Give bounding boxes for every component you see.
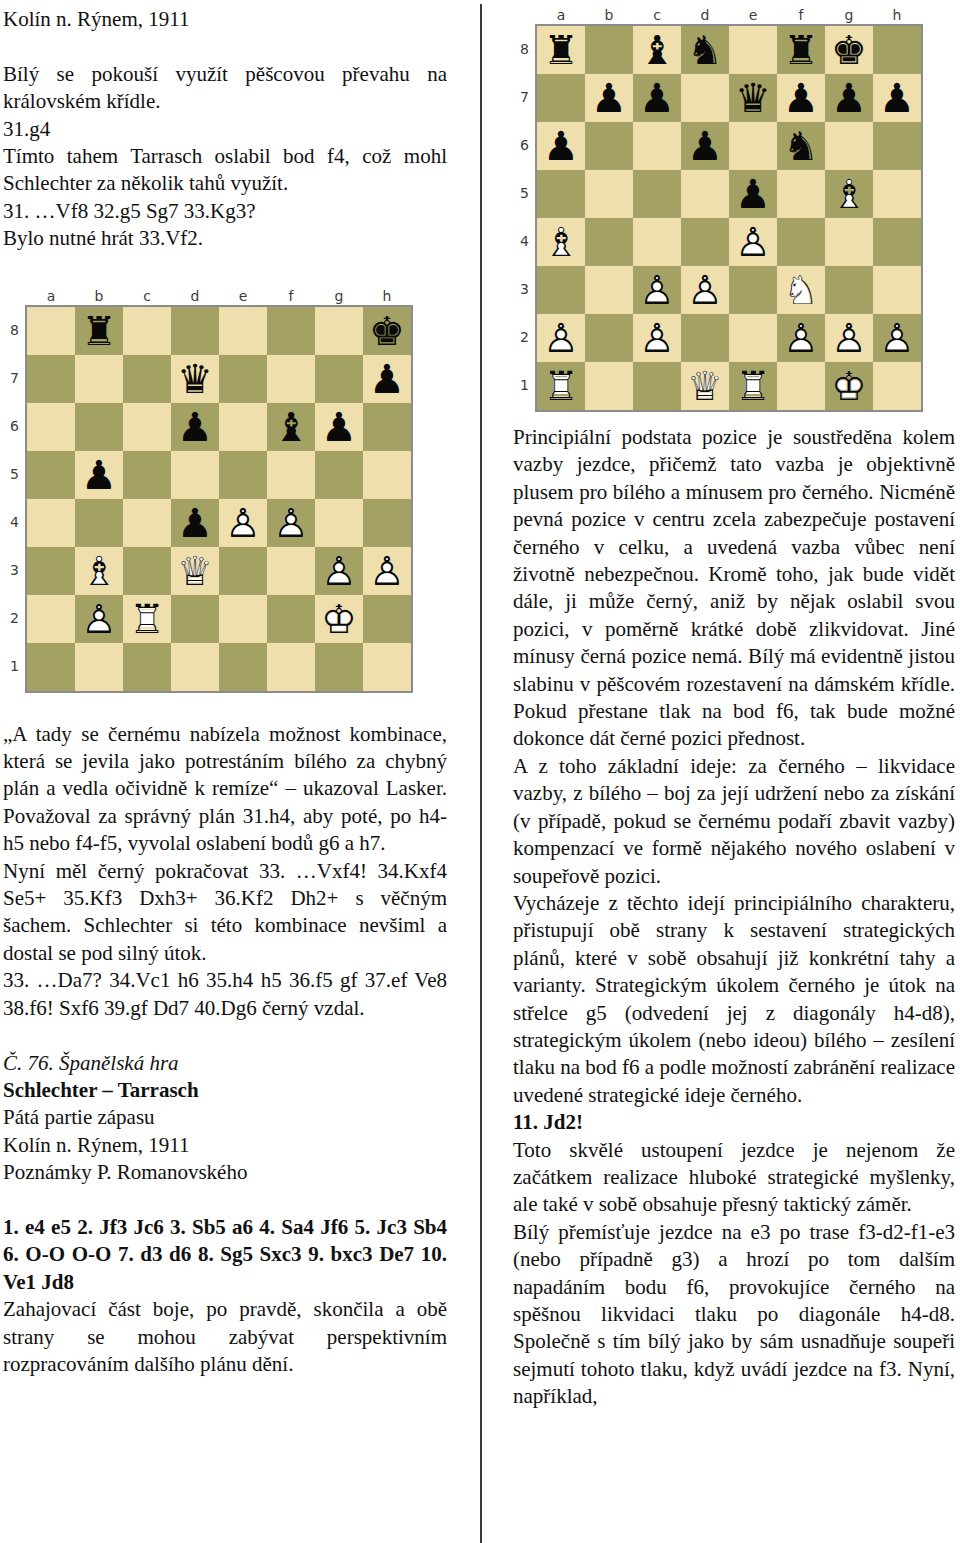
- piece-outline: ♖: [729, 362, 777, 410]
- square-b8: [585, 26, 633, 74]
- piece-glyph: ♟: [171, 499, 219, 547]
- square-a2: ♟♙: [537, 314, 585, 362]
- square-g7: ♟: [825, 74, 873, 122]
- square-e8: [219, 307, 267, 355]
- square-h6: [873, 122, 921, 170]
- piece-glyph: ♟: [825, 74, 873, 122]
- black-pawn-h7: ♟: [873, 74, 921, 122]
- file-label-f: f: [267, 287, 315, 305]
- square-e7: [219, 355, 267, 403]
- piece-glyph: ♜: [537, 26, 585, 74]
- rank-label-1: 1: [3, 643, 25, 691]
- rank-label-8: 8: [513, 26, 535, 74]
- square-f5: [777, 170, 825, 218]
- file-label-e: e: [219, 287, 267, 305]
- game-end-para: 33. …Da7? 34.Vc1 h6 35.h4 h5 36.f5 gf 37…: [3, 967, 447, 1022]
- square-c2: ♟♙: [633, 314, 681, 362]
- square-d1: [171, 643, 219, 691]
- black-pawn-c7: ♟: [633, 74, 681, 122]
- move-line-31g4: 31.g4: [3, 116, 447, 143]
- white-bishop-g5: ♝♗: [825, 170, 873, 218]
- square-a5: [27, 451, 75, 499]
- square-c8: [123, 307, 171, 355]
- square-a4: [27, 499, 75, 547]
- gap: [3, 1187, 447, 1214]
- square-d6: ♟: [681, 122, 729, 170]
- commentary-pawn-majority: Bílý se pokouší využít pěšcovou převahu …: [3, 61, 447, 116]
- square-a3: [537, 266, 585, 314]
- square-d4: ♟: [171, 499, 219, 547]
- square-g3: [825, 266, 873, 314]
- rank-label-2: 2: [513, 314, 535, 362]
- move-11-jd2: 11. Jd2!: [513, 1109, 955, 1136]
- piece-glyph: ♞: [777, 122, 825, 170]
- piece-glyph: ♞: [681, 26, 729, 74]
- players-line: Schlechter – Tarrasch: [3, 1077, 447, 1104]
- square-c1: [633, 362, 681, 410]
- piece-glyph: ♜: [75, 307, 123, 355]
- square-c5: [123, 451, 171, 499]
- white-pawn-c2: ♟♙: [633, 314, 681, 362]
- piece-outline: ♗: [537, 218, 585, 266]
- event-line-bottom: Kolín n. Rýnem, 1911: [3, 1132, 447, 1159]
- square-f1: [267, 643, 315, 691]
- white-pawn-a2: ♟♙: [537, 314, 585, 362]
- piece-outline: ♙: [315, 547, 363, 595]
- piece-outline: ♙: [681, 266, 729, 314]
- square-e1: ♜♖: [729, 362, 777, 410]
- piece-glyph: ♟: [729, 170, 777, 218]
- square-d4: [681, 218, 729, 266]
- square-d2: [171, 595, 219, 643]
- move-line-31-33: 31. …Vf8 32.g5 Sg7 33.Kg3?: [3, 198, 447, 225]
- white-pawn-b2: ♟♙: [75, 595, 123, 643]
- black-queen-e7: ♛: [729, 74, 777, 122]
- piece-glyph: ♟: [315, 403, 363, 451]
- white-king-g1: ♚♔: [825, 362, 873, 410]
- square-g2: ♚♔: [315, 595, 363, 643]
- black-pawn-b7: ♟: [585, 74, 633, 122]
- rank-label-1: 1: [513, 362, 535, 410]
- square-f7: [267, 355, 315, 403]
- file-label-h: h: [873, 6, 921, 24]
- square-g4: [315, 499, 363, 547]
- square-g3: ♟♙: [315, 547, 363, 595]
- piece-glyph: ♝: [267, 403, 315, 451]
- black-queen-d7: ♛: [171, 355, 219, 403]
- white-rook-c2: ♜♖: [123, 595, 171, 643]
- square-c5: [633, 170, 681, 218]
- square-d7: [681, 74, 729, 122]
- square-h7: ♟: [873, 74, 921, 122]
- square-b1: [75, 643, 123, 691]
- square-f4: [777, 218, 825, 266]
- square-b6: [585, 122, 633, 170]
- black-rook-b8: ♜: [75, 307, 123, 355]
- square-h8: ♚: [363, 307, 411, 355]
- game-number-opening: Č. 76. Španělská hra: [3, 1050, 447, 1077]
- piece-glyph: ♟: [537, 122, 585, 170]
- square-d5: [171, 451, 219, 499]
- piece-glyph: ♛: [729, 74, 777, 122]
- rank-label-5: 5: [3, 451, 25, 499]
- square-d7: ♛: [171, 355, 219, 403]
- square-b3: ♝♗: [75, 547, 123, 595]
- positional-analysis-para: Principiální podstata pozice je soustřed…: [513, 424, 955, 753]
- variation-para: Nyní měl černý pokračovat 33. …Vxf4! 34.…: [3, 858, 447, 968]
- piece-outline: ♕: [171, 547, 219, 595]
- black-pawn-g6: ♟: [315, 403, 363, 451]
- square-a1: ♜♖: [537, 362, 585, 410]
- square-g8: [315, 307, 363, 355]
- chess-diagram-left: abcdefgh87654321♜♚♛♟♟♝♟♟♟♟♙♟♙♝♗♛♕♟♙♟♙♟♙♜…: [3, 283, 447, 693]
- column-divider: [480, 4, 482, 1543]
- file-label-g: g: [825, 6, 873, 24]
- chess-board: ♜♝♞♜♚♟♟♛♟♟♟♟♟♞♟♝♗♝♗♟♙♟♙♟♙♞♘♟♙♟♙♟♙♟♙♟♙♜♖♛…: [535, 24, 923, 412]
- black-rook-a8: ♜: [537, 26, 585, 74]
- square-h7: ♟: [363, 355, 411, 403]
- file-label-c: c: [123, 287, 171, 305]
- square-h1: [873, 362, 921, 410]
- rank-label-5: 5: [513, 170, 535, 218]
- file-label-g: g: [315, 287, 363, 305]
- piece-outline: ♙: [219, 499, 267, 547]
- square-e4: ♟♙: [729, 218, 777, 266]
- square-c4: [123, 499, 171, 547]
- square-g5: [315, 451, 363, 499]
- piece-outline: ♙: [729, 218, 777, 266]
- black-pawn-h7: ♟: [363, 355, 411, 403]
- square-f8: ♜: [777, 26, 825, 74]
- commentary-11-jd2: Toto skvělé ustoupení jezdce je nejenom …: [513, 1137, 955, 1219]
- black-pawn-d6: ♟: [171, 403, 219, 451]
- piece-outline: ♔: [315, 595, 363, 643]
- piece-outline: ♕: [681, 362, 729, 410]
- black-pawn-g7: ♟: [825, 74, 873, 122]
- white-queen-d3: ♛♕: [171, 547, 219, 595]
- white-king-g2: ♚♔: [315, 595, 363, 643]
- black-pawn-b5: ♟: [75, 451, 123, 499]
- rank-labels: 87654321: [3, 305, 25, 693]
- square-c4: [633, 218, 681, 266]
- square-e1: [219, 643, 267, 691]
- square-e3: [729, 266, 777, 314]
- square-f2: [267, 595, 315, 643]
- square-c6: [123, 403, 171, 451]
- square-b8: ♜: [75, 307, 123, 355]
- rank-label-7: 7: [513, 74, 535, 122]
- white-pawn-e4: ♟♙: [219, 499, 267, 547]
- square-h1: [363, 643, 411, 691]
- square-h3: [873, 266, 921, 314]
- white-pawn-f4: ♟♙: [267, 499, 315, 547]
- square-a3: [27, 547, 75, 595]
- rank-label-2: 2: [3, 595, 25, 643]
- square-f1: [777, 362, 825, 410]
- piece-outline: ♖: [537, 362, 585, 410]
- file-label-f: f: [777, 6, 825, 24]
- square-f3: [267, 547, 315, 595]
- square-a5: [537, 170, 585, 218]
- square-c3: ♟♙: [633, 266, 681, 314]
- square-b3: [585, 266, 633, 314]
- square-e3: [219, 547, 267, 595]
- piece-outline: ♙: [633, 314, 681, 362]
- file-label-h: h: [363, 287, 411, 305]
- white-pawn-h3: ♟♙: [363, 547, 411, 595]
- chess-diagram-right: abcdefgh87654321♜♝♞♜♚♟♟♛♟♟♟♟♟♞♟♝♗♝♗♟♙♟♙♟…: [513, 2, 955, 412]
- square-b4: [585, 218, 633, 266]
- piece-glyph: ♚: [363, 307, 411, 355]
- piece-outline: ♘: [777, 266, 825, 314]
- square-a8: [27, 307, 75, 355]
- square-g2: ♟♙: [825, 314, 873, 362]
- lasker-quote-para: „A tady se černému nabízela možnost komb…: [3, 721, 447, 858]
- square-f5: [267, 451, 315, 499]
- square-a2: [27, 595, 75, 643]
- rank-label-3: 3: [3, 547, 25, 595]
- piece-outline: ♗: [75, 547, 123, 595]
- square-h8: [873, 26, 921, 74]
- page: Kolín n. Rýnem, 1911Bílý se pokouší využ…: [0, 0, 960, 1543]
- white-knight-f3: ♞♘: [777, 266, 825, 314]
- square-c1: [123, 643, 171, 691]
- opening-moves-para: 1. e4 e5 2. Jf3 Jc6 3. Sb5 a6 4. Sa4 Jf6…: [3, 1214, 447, 1296]
- white-pawn-c3: ♟♙: [633, 266, 681, 314]
- piece-outline: ♔: [825, 362, 873, 410]
- piece-outline: ♙: [777, 314, 825, 362]
- rank-label-8: 8: [3, 307, 25, 355]
- square-h2: [363, 595, 411, 643]
- square-c6: [633, 122, 681, 170]
- chess-board: ♜♚♛♟♟♝♟♟♟♟♙♟♙♝♗♛♕♟♙♟♙♟♙♜♖♚♔: [25, 305, 413, 693]
- square-h4: [363, 499, 411, 547]
- right-column: abcdefgh87654321♜♝♞♜♚♟♟♛♟♟♟♟♟♞♟♝♗♝♗♟♙♟♙♟…: [513, 0, 955, 1411]
- square-a7: [537, 74, 585, 122]
- square-f6: ♞: [777, 122, 825, 170]
- square-f2: ♟♙: [777, 314, 825, 362]
- square-a4: ♝♗: [537, 218, 585, 266]
- rank-label-4: 4: [513, 218, 535, 266]
- black-knight-f6: ♞: [777, 122, 825, 170]
- white-pawn-d3: ♟♙: [681, 266, 729, 314]
- rank-label-7: 7: [3, 355, 25, 403]
- square-a1: [27, 643, 75, 691]
- rank-label-6: 6: [513, 122, 535, 170]
- white-pawn-e4: ♟♙: [729, 218, 777, 266]
- piece-glyph: ♟: [585, 74, 633, 122]
- black-bishop-f6: ♝: [267, 403, 315, 451]
- gap: [3, 33, 447, 60]
- piece-outline: ♙: [825, 314, 873, 362]
- square-d3: ♟♙: [681, 266, 729, 314]
- square-d8: [171, 307, 219, 355]
- square-g5: ♝♗: [825, 170, 873, 218]
- match-game-line: Pátá partie zápasu: [3, 1104, 447, 1131]
- black-pawn-e5: ♟: [729, 170, 777, 218]
- square-a6: [27, 403, 75, 451]
- square-d8: ♞: [681, 26, 729, 74]
- piece-glyph: ♟: [873, 74, 921, 122]
- piece-glyph: ♟: [171, 403, 219, 451]
- square-g1: [315, 643, 363, 691]
- square-b5: [585, 170, 633, 218]
- piece-outline: ♙: [873, 314, 921, 362]
- square-f4: ♟♙: [267, 499, 315, 547]
- white-rook-a1: ♜♖: [537, 362, 585, 410]
- square-d1: ♛♕: [681, 362, 729, 410]
- black-rook-f8: ♜: [777, 26, 825, 74]
- square-e2: [729, 314, 777, 362]
- square-e6: [729, 122, 777, 170]
- square-e8: [729, 26, 777, 74]
- square-h4: [873, 218, 921, 266]
- square-g6: [825, 122, 873, 170]
- left-column: Kolín n. Rýnem, 1911Bílý se pokouší využ…: [3, 0, 447, 1378]
- piece-outline: ♙: [267, 499, 315, 547]
- square-c3: [123, 547, 171, 595]
- square-e4: ♟♙: [219, 499, 267, 547]
- rank-labels: 87654321: [513, 24, 535, 412]
- square-d5: [681, 170, 729, 218]
- white-queen-d1: ♛♕: [681, 362, 729, 410]
- square-e5: ♟: [729, 170, 777, 218]
- square-c7: ♟: [633, 74, 681, 122]
- file-label-b: b: [75, 287, 123, 305]
- white-pawn-g3: ♟♙: [315, 547, 363, 595]
- square-h2: ♟♙: [873, 314, 921, 362]
- square-b5: ♟: [75, 451, 123, 499]
- square-b7: ♟: [585, 74, 633, 122]
- event-line-top: Kolín n. Rýnem, 1911: [3, 6, 447, 33]
- file-label-b: b: [585, 6, 633, 24]
- file-label-d: d: [171, 287, 219, 305]
- black-bishop-c8: ♝: [633, 26, 681, 74]
- square-h3: ♟♙: [363, 547, 411, 595]
- square-e2: [219, 595, 267, 643]
- square-e5: [219, 451, 267, 499]
- piece-glyph: ♟: [681, 122, 729, 170]
- black-pawn-f7: ♟: [777, 74, 825, 122]
- piece-outline: ♙: [75, 595, 123, 643]
- square-g7: [315, 355, 363, 403]
- white-pawn-f2: ♟♙: [777, 314, 825, 362]
- piece-glyph: ♚: [825, 26, 873, 74]
- piece-glyph: ♟: [363, 355, 411, 403]
- square-d6: ♟: [171, 403, 219, 451]
- square-f6: ♝: [267, 403, 315, 451]
- square-h5: [873, 170, 921, 218]
- file-label-d: d: [681, 6, 729, 24]
- square-a8: ♜: [537, 26, 585, 74]
- file-labels: abcdefgh: [3, 283, 447, 305]
- white-rook-e1: ♜♖: [729, 362, 777, 410]
- black-king-g8: ♚: [825, 26, 873, 74]
- square-e7: ♛: [729, 74, 777, 122]
- gap: [3, 1022, 447, 1049]
- white-pawn-h2: ♟♙: [873, 314, 921, 362]
- square-g8: ♚: [825, 26, 873, 74]
- square-b6: [75, 403, 123, 451]
- opening-commentary-para: Zahajovací část boje, po pravdě, skončil…: [3, 1296, 447, 1378]
- square-a7: [27, 355, 75, 403]
- piece-glyph: ♟: [633, 74, 681, 122]
- rank-label-6: 6: [3, 403, 25, 451]
- black-pawn-a6: ♟: [537, 122, 585, 170]
- knight-plan-para: Bílý přemísťuje jezdce na e3 po trase f3…: [513, 1219, 955, 1411]
- piece-glyph: ♜: [777, 26, 825, 74]
- square-c7: [123, 355, 171, 403]
- strategy-para: Vycházeje z těchto idejí principiálního …: [513, 890, 955, 1109]
- square-d2: [681, 314, 729, 362]
- square-c8: ♝: [633, 26, 681, 74]
- square-d3: ♛♕: [171, 547, 219, 595]
- basic-ideas-para: A z toho základní ideje: za černého – li…: [513, 753, 955, 890]
- piece-outline: ♗: [825, 170, 873, 218]
- square-c2: ♜♖: [123, 595, 171, 643]
- white-bishop-b3: ♝♗: [75, 547, 123, 595]
- file-labels: abcdefgh: [513, 2, 955, 24]
- piece-outline: ♖: [123, 595, 171, 643]
- square-f7: ♟: [777, 74, 825, 122]
- piece-outline: ♙: [537, 314, 585, 362]
- piece-outline: ♙: [633, 266, 681, 314]
- file-label-e: e: [729, 6, 777, 24]
- commentary-31g4: Tímto tahem Tarrasch oslabil bod f4, což…: [3, 143, 447, 198]
- square-g6: ♟: [315, 403, 363, 451]
- square-b1: [585, 362, 633, 410]
- file-label-c: c: [633, 6, 681, 24]
- square-b4: [75, 499, 123, 547]
- square-e6: [219, 403, 267, 451]
- move-line-33vf2: Bylo nutné hrát 33.Vf2.: [3, 225, 447, 252]
- rank-label-3: 3: [513, 266, 535, 314]
- annotator-line: Poznámky P. Romanovského: [3, 1159, 447, 1186]
- black-king-h8: ♚: [363, 307, 411, 355]
- square-f3: ♞♘: [777, 266, 825, 314]
- piece-outline: ♙: [363, 547, 411, 595]
- square-f8: [267, 307, 315, 355]
- white-bishop-a4: ♝♗: [537, 218, 585, 266]
- piece-glyph: ♝: [633, 26, 681, 74]
- file-label-a: a: [537, 6, 585, 24]
- black-knight-d8: ♞: [681, 26, 729, 74]
- square-g1: ♚♔: [825, 362, 873, 410]
- piece-glyph: ♛: [171, 355, 219, 403]
- piece-glyph: ♟: [777, 74, 825, 122]
- file-label-a: a: [27, 287, 75, 305]
- square-b2: [585, 314, 633, 362]
- square-h5: [363, 451, 411, 499]
- white-pawn-g2: ♟♙: [825, 314, 873, 362]
- black-pawn-d6: ♟: [681, 122, 729, 170]
- square-g4: [825, 218, 873, 266]
- square-h6: [363, 403, 411, 451]
- piece-glyph: ♟: [75, 451, 123, 499]
- rank-label-4: 4: [3, 499, 25, 547]
- square-b2: ♟♙: [75, 595, 123, 643]
- square-a6: ♟: [537, 122, 585, 170]
- black-pawn-d4: ♟: [171, 499, 219, 547]
- square-b7: [75, 355, 123, 403]
